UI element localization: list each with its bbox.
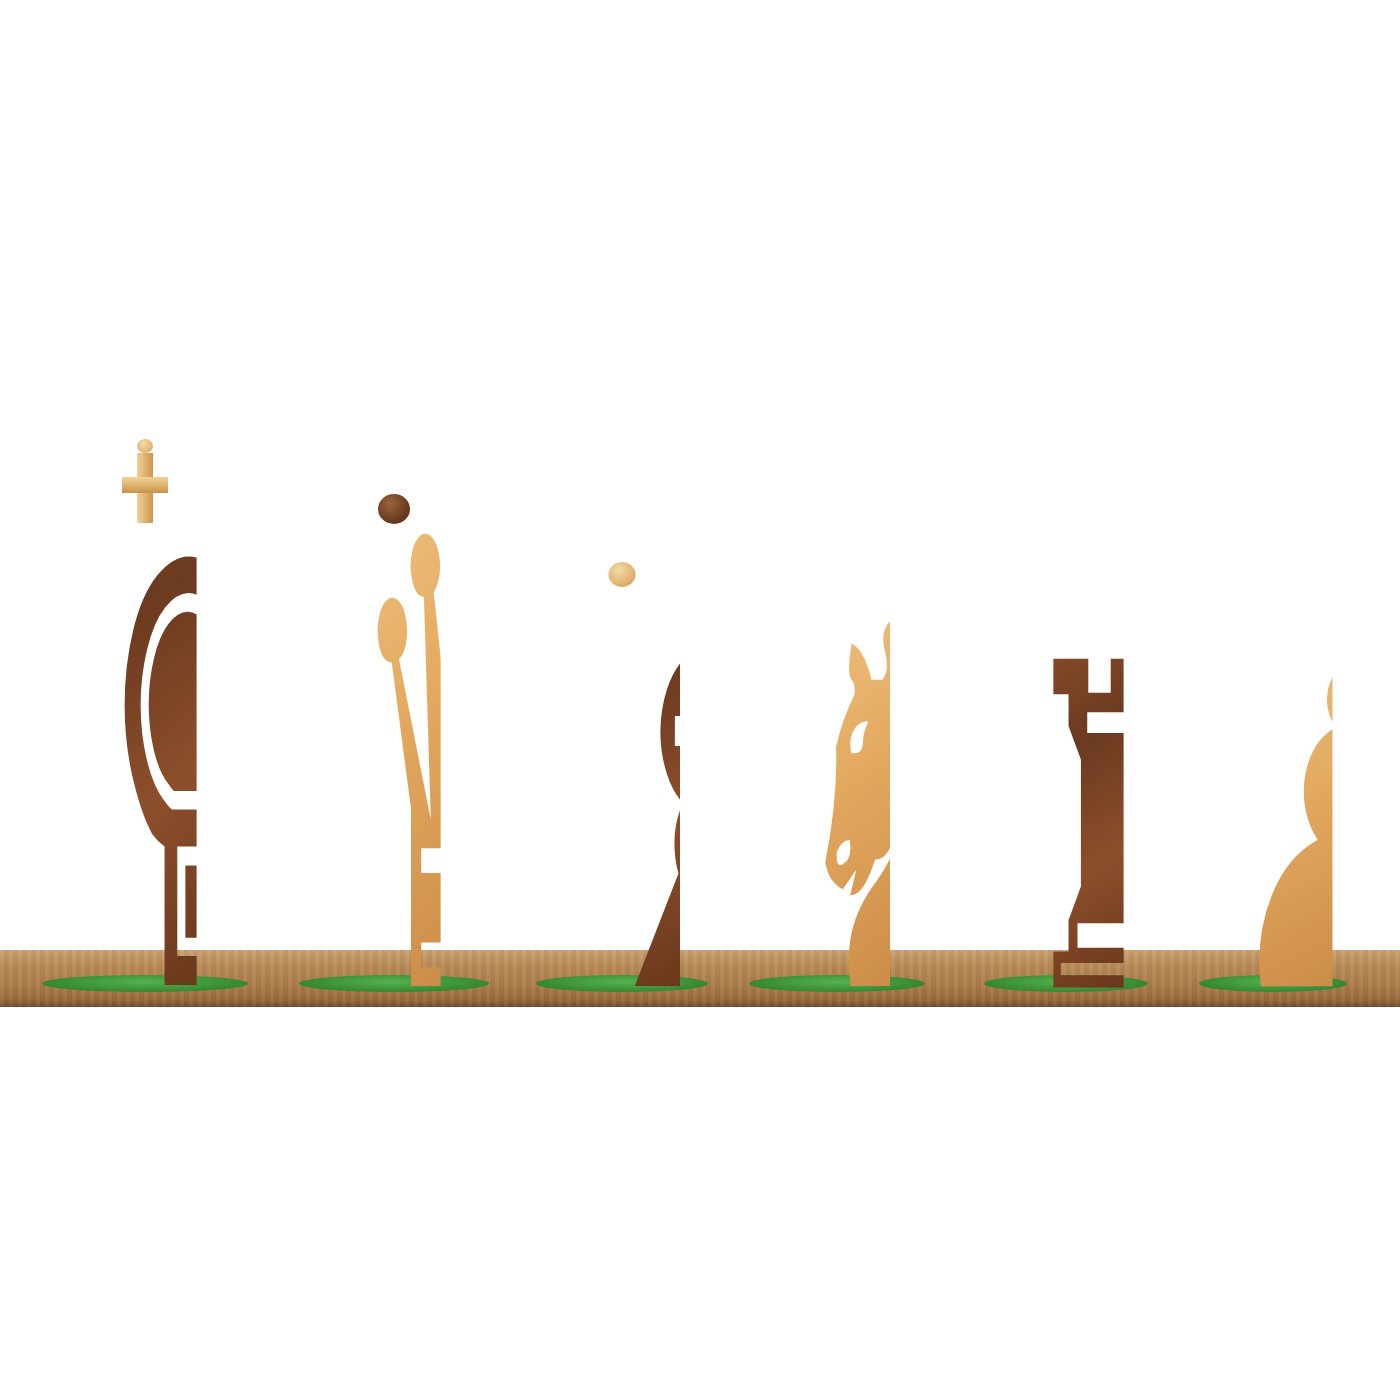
chess-set-photo: ♚ ♛ ♝ ♞ ♜ ♟	[0, 0, 1400, 1400]
knight-glyph: ♞	[784, 563, 890, 1063]
bishop-ball-finial	[609, 562, 636, 587]
queen-ball-finial	[378, 494, 410, 524]
pawn-piece: ♟	[1188, 688, 1358, 988]
queen-glyph: ♛	[347, 436, 440, 1086]
pawn-glyph: ♟	[1214, 614, 1333, 1054]
king-finial-ball-icon	[137, 439, 153, 453]
bishop-glyph: ♝	[564, 504, 680, 1074]
king-piece: ♚	[25, 433, 265, 988]
king-cross-horizontal-bar	[122, 477, 168, 493]
rook-glyph: ♜	[1008, 606, 1123, 1056]
king-cross-finial	[121, 439, 169, 527]
